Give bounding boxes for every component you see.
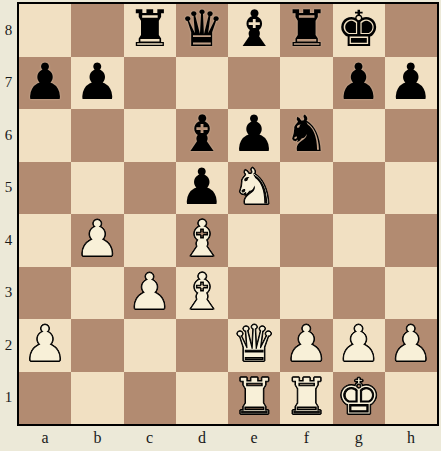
square-b5[interactable] — [71, 162, 123, 215]
square-h3[interactable] — [385, 267, 437, 320]
square-h4[interactable] — [385, 214, 437, 267]
piece-black-pawn[interactable]: ♟ — [232, 109, 277, 160]
square-b7[interactable]: ♟ — [71, 57, 123, 110]
square-g1[interactable]: ♚ — [333, 372, 385, 425]
piece-white-knight[interactable]: ♞ — [232, 162, 277, 213]
square-h7[interactable]: ♟ — [385, 57, 437, 110]
chess-board: ♜♛♝♜♚♟♟♟♟♝♟♞♟♞♟♝♟♝♟♛♟♟♟♜♜♚ — [19, 4, 437, 424]
rank-label-3: 3 — [0, 267, 17, 320]
piece-white-pawn[interactable]: ♟ — [75, 214, 120, 265]
piece-black-pawn[interactable]: ♟ — [75, 57, 120, 108]
rank-label-7: 7 — [0, 57, 17, 110]
square-c1[interactable] — [124, 372, 176, 425]
square-b3[interactable] — [71, 267, 123, 320]
square-d1[interactable] — [176, 372, 228, 425]
square-g6[interactable] — [333, 109, 385, 162]
piece-white-pawn[interactable]: ♟ — [127, 267, 172, 318]
rank-labels: 87654321 — [0, 4, 17, 424]
piece-black-pawn[interactable]: ♟ — [336, 57, 381, 108]
file-label-f: f — [280, 427, 332, 449]
square-e6[interactable]: ♟ — [228, 109, 280, 162]
square-a6[interactable] — [19, 109, 71, 162]
rank-label-4: 4 — [0, 214, 17, 267]
square-h6[interactable] — [385, 109, 437, 162]
file-labels: abcdefgh — [19, 427, 437, 449]
square-f6[interactable]: ♞ — [280, 109, 332, 162]
rank-label-6: 6 — [0, 109, 17, 162]
square-b2[interactable] — [71, 319, 123, 372]
square-c3[interactable]: ♟ — [124, 267, 176, 320]
square-h2[interactable]: ♟ — [385, 319, 437, 372]
square-c8[interactable]: ♜ — [124, 4, 176, 57]
piece-white-pawn[interactable]: ♟ — [23, 319, 68, 370]
square-c2[interactable] — [124, 319, 176, 372]
square-b4[interactable]: ♟ — [71, 214, 123, 267]
chess-diagram: 87654321 ♜♛♝♜♚♟♟♟♟♝♟♞♟♞♟♝♟♝♟♛♟♟♟♜♜♚ abcd… — [0, 0, 441, 451]
square-e2[interactable]: ♛ — [228, 319, 280, 372]
piece-white-pawn[interactable]: ♟ — [336, 319, 381, 370]
piece-white-bishop[interactable]: ♝ — [179, 267, 224, 318]
file-label-h: h — [385, 427, 437, 449]
square-c6[interactable] — [124, 109, 176, 162]
square-e8[interactable]: ♝ — [228, 4, 280, 57]
square-d8[interactable]: ♛ — [176, 4, 228, 57]
square-f8[interactable]: ♜ — [280, 4, 332, 57]
square-b8[interactable] — [71, 4, 123, 57]
file-label-b: b — [71, 427, 123, 449]
square-g2[interactable]: ♟ — [333, 319, 385, 372]
square-f3[interactable] — [280, 267, 332, 320]
square-f1[interactable]: ♜ — [280, 372, 332, 425]
piece-white-rook[interactable]: ♜ — [284, 372, 329, 423]
square-d6[interactable]: ♝ — [176, 109, 228, 162]
piece-black-bishop[interactable]: ♝ — [232, 4, 277, 55]
square-b6[interactable] — [71, 109, 123, 162]
piece-white-rook[interactable]: ♜ — [232, 372, 277, 423]
square-g8[interactable]: ♚ — [333, 4, 385, 57]
square-e5[interactable]: ♞ — [228, 162, 280, 215]
piece-black-knight[interactable]: ♞ — [284, 109, 329, 160]
rank-label-1: 1 — [0, 372, 17, 425]
square-g3[interactable] — [333, 267, 385, 320]
square-a4[interactable] — [19, 214, 71, 267]
square-d4[interactable]: ♝ — [176, 214, 228, 267]
square-a2[interactable]: ♟ — [19, 319, 71, 372]
square-g4[interactable] — [333, 214, 385, 267]
file-label-e: e — [228, 427, 280, 449]
square-h8[interactable] — [385, 4, 437, 57]
piece-white-queen[interactable]: ♛ — [232, 319, 277, 370]
piece-black-pawn[interactable]: ♟ — [179, 162, 224, 213]
square-e7[interactable] — [228, 57, 280, 110]
piece-white-king[interactable]: ♚ — [336, 372, 381, 423]
board-frame: ♜♛♝♜♚♟♟♟♟♝♟♞♟♞♟♝♟♝♟♛♟♟♟♜♜♚ — [17, 2, 439, 426]
square-h1[interactable] — [385, 372, 437, 425]
piece-black-pawn[interactable]: ♟ — [388, 57, 433, 108]
square-d3[interactable]: ♝ — [176, 267, 228, 320]
square-c5[interactable] — [124, 162, 176, 215]
square-c7[interactable] — [124, 57, 176, 110]
square-a5[interactable] — [19, 162, 71, 215]
piece-black-queen[interactable]: ♛ — [179, 4, 224, 55]
file-label-c: c — [124, 427, 176, 449]
square-d2[interactable] — [176, 319, 228, 372]
square-d5[interactable]: ♟ — [176, 162, 228, 215]
square-f7[interactable] — [280, 57, 332, 110]
square-b1[interactable] — [71, 372, 123, 425]
file-label-d: d — [176, 427, 228, 449]
file-label-g: g — [333, 427, 385, 449]
piece-black-rook[interactable]: ♜ — [284, 4, 329, 55]
square-h5[interactable] — [385, 162, 437, 215]
square-e4[interactable] — [228, 214, 280, 267]
square-f5[interactable] — [280, 162, 332, 215]
square-e3[interactable] — [228, 267, 280, 320]
square-f2[interactable]: ♟ — [280, 319, 332, 372]
piece-white-pawn[interactable]: ♟ — [388, 319, 433, 370]
file-label-a: a — [19, 427, 71, 449]
square-a3[interactable] — [19, 267, 71, 320]
piece-black-king[interactable]: ♚ — [336, 4, 381, 55]
piece-black-bishop[interactable]: ♝ — [179, 109, 224, 160]
square-g7[interactable]: ♟ — [333, 57, 385, 110]
square-g5[interactable] — [333, 162, 385, 215]
square-a7[interactable]: ♟ — [19, 57, 71, 110]
square-e1[interactable]: ♜ — [228, 372, 280, 425]
piece-black-rook[interactable]: ♜ — [127, 4, 172, 55]
square-f4[interactable] — [280, 214, 332, 267]
piece-black-pawn[interactable]: ♟ — [23, 57, 68, 108]
rank-label-5: 5 — [0, 162, 17, 215]
piece-white-bishop[interactable]: ♝ — [179, 214, 224, 265]
square-a1[interactable] — [19, 372, 71, 425]
rank-label-2: 2 — [0, 319, 17, 372]
square-a8[interactable] — [19, 4, 71, 57]
square-d7[interactable] — [176, 57, 228, 110]
square-c4[interactable] — [124, 214, 176, 267]
piece-white-pawn[interactable]: ♟ — [284, 319, 329, 370]
rank-label-8: 8 — [0, 4, 17, 57]
